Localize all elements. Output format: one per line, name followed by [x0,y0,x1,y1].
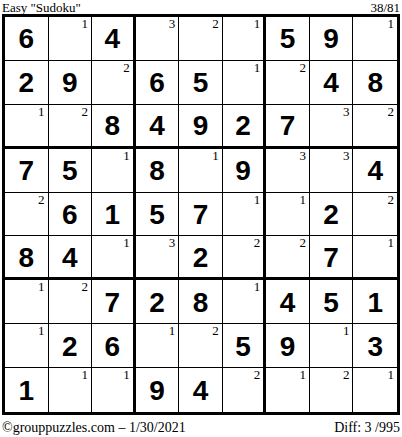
corner-mark: 1 [254,61,261,75]
cell-r2c6: 1 [223,61,267,105]
cell-r2c9: 8 [353,61,397,105]
cell-r4c4: 8 [136,149,180,193]
cell-r9c2: 1 [49,368,93,412]
given-digit: 7 [323,244,339,272]
corner-mark: 1 [254,17,261,31]
corner-mark: 2 [38,193,45,207]
given-digit: 4 [193,377,209,405]
cell-r8c5: 2 [179,324,223,368]
cell-r7c7: 4 [266,280,310,324]
page-title: Easy "Sudoku" [2,1,81,14]
given-digit: 2 [323,201,339,229]
given-digit: 5 [280,25,296,53]
cell-r1c7: 5 [266,17,310,61]
cell-r9c9: 1 [353,368,397,412]
given-digit: 9 [235,157,251,185]
corner-mark: 2 [212,324,219,338]
given-digit: 8 [367,69,383,97]
given-digit: 6 [149,69,165,97]
given-digit: 6 [62,201,78,229]
cell-r3c3: 8 [92,105,136,149]
cell-r2c4: 6 [136,61,180,105]
corner-mark: 1 [38,280,45,294]
cell-r1c2: 1 [49,17,93,61]
corner-mark: 2 [388,105,395,119]
given-digit: 2 [193,244,209,272]
corner-mark: 1 [388,236,395,250]
difficulty-text: Diff: 3 /995 [334,420,400,436]
given-digit: 1 [105,201,121,229]
corner-mark: 2 [299,61,306,75]
corner-mark: 3 [169,236,176,250]
corner-mark: 1 [388,17,395,31]
cell-r7c3: 7 [92,280,136,324]
cell-r5c8: 2 [310,193,354,237]
corner-mark: 1 [123,149,130,163]
cell-r9c3: 1 [92,368,136,412]
cell-r5c6: 1 [223,193,267,237]
cell-r1c4: 3 [136,17,180,61]
corner-mark: 1 [169,324,176,338]
cell-r2c8: 4 [310,61,354,105]
cell-r6c6: 2 [223,236,267,280]
cell-r8c1: 1 [5,324,49,368]
given-digit: 5 [149,201,165,229]
corner-mark: 2 [254,236,261,250]
given-digit: 7 [280,112,296,140]
given-digit: 9 [193,112,209,140]
cell-r3c6: 2 [223,105,267,149]
cell-r6c8: 7 [310,236,354,280]
cell-r7c2: 2 [49,280,93,324]
given-digit: 5 [62,157,78,185]
given-digit: 1 [18,377,34,405]
cell-r7c4: 2 [136,280,180,324]
given-digit: 7 [18,157,34,185]
cell-r9c7: 1 [266,368,310,412]
corner-mark: 3 [343,149,350,163]
cell-r8c2: 2 [49,324,93,368]
cell-r9c6: 2 [223,368,267,412]
cell-r6c3: 1 [92,236,136,280]
corner-mark: 1 [82,17,89,31]
given-digit: 8 [149,157,165,185]
corner-mark: 1 [343,324,350,338]
cell-r1c5: 2 [179,17,223,61]
given-digit: 2 [149,289,165,317]
given-digit: 4 [367,157,383,185]
corner-mark: 1 [299,193,306,207]
given-digit: 6 [105,333,121,361]
cell-r3c5: 9 [179,105,223,149]
cell-r6c9: 1 [353,236,397,280]
cell-r1c6: 1 [223,17,267,61]
given-digit: 5 [235,333,251,361]
cell-r8c8: 1 [310,324,354,368]
cell-r7c5: 8 [179,280,223,324]
given-digit: 4 [62,244,78,272]
given-digit: 2 [62,333,78,361]
cell-r9c1: 1 [5,368,49,412]
corner-mark: 2 [343,368,350,382]
cell-r4c5: 1 [179,149,223,193]
cell-r6c2: 4 [49,236,93,280]
cell-r9c5: 4 [179,368,223,412]
cell-r4c3: 1 [92,149,136,193]
cell-r1c9: 1 [353,17,397,61]
cell-r8c9: 3 [353,324,397,368]
given-digit: 2 [18,69,34,97]
cell-r5c4: 5 [136,193,180,237]
given-digit: 1 [367,289,383,317]
given-digit: 7 [193,201,209,229]
given-digit: 6 [18,25,34,53]
cell-r2c1: 2 [5,61,49,105]
cell-r4c9: 4 [353,149,397,193]
corner-mark: 1 [38,324,45,338]
corner-mark: 2 [82,280,89,294]
cell-r6c4: 3 [136,236,180,280]
given-digit: 9 [149,377,165,405]
cell-r5c5: 7 [179,193,223,237]
cell-r4c6: 9 [223,149,267,193]
corner-mark: 1 [38,105,45,119]
given-digit: 4 [149,112,165,140]
cell-r7c9: 1 [353,280,397,324]
cell-r5c1: 2 [5,193,49,237]
cell-r3c4: 4 [136,105,180,149]
cell-r5c2: 6 [49,193,93,237]
puzzle-counter: 38/81 [370,1,400,14]
cell-r8c7: 9 [266,324,310,368]
cell-r2c5: 5 [179,61,223,105]
cell-r3c8: 3 [310,105,354,149]
cell-r1c1: 6 [5,17,49,61]
sudoku-board: 6143215912926512481284927327518193342615… [2,14,400,415]
cell-r8c3: 6 [92,324,136,368]
cell-r2c7: 2 [266,61,310,105]
given-digit: 8 [193,289,209,317]
cell-r3c2: 2 [49,105,93,149]
cell-r6c5: 2 [179,236,223,280]
given-digit: 8 [105,112,121,140]
corner-mark: 1 [254,193,261,207]
corner-mark: 3 [299,149,306,163]
given-digit: 4 [105,25,121,53]
corner-mark: 1 [254,280,261,294]
page-header: Easy "Sudoku" 38/81 [0,0,402,14]
puzzle-page: Easy "Sudoku" 38/81 61432159129265124812… [0,0,402,437]
cell-r8c6: 5 [223,324,267,368]
cell-r6c7: 2 [266,236,310,280]
cell-r6c1: 8 [5,236,49,280]
corner-mark: 1 [123,368,130,382]
given-digit: 4 [280,289,296,317]
given-digit: 5 [193,69,209,97]
corner-mark: 2 [254,368,261,382]
corner-mark: 2 [82,105,89,119]
given-digit: 2 [235,112,251,140]
page-footer: ©grouppuzzles.com – 1/30/2021 Diff: 3 /9… [0,415,402,437]
cell-r3c1: 1 [5,105,49,149]
cell-r5c9: 2 [353,193,397,237]
corner-mark: 3 [169,17,176,31]
corner-mark: 3 [343,105,350,119]
corner-mark: 2 [388,193,395,207]
cell-r7c6: 1 [223,280,267,324]
cell-r3c7: 7 [266,105,310,149]
corner-mark: 2 [123,61,130,75]
corner-mark: 1 [212,149,219,163]
corner-mark: 1 [299,368,306,382]
given-digit: 3 [367,333,383,361]
cell-r4c8: 3 [310,149,354,193]
cell-r4c2: 5 [49,149,93,193]
cell-r4c7: 3 [266,149,310,193]
copyright-text: ©grouppuzzles.com – 1/30/2021 [2,420,186,436]
corner-mark: 2 [299,236,306,250]
cell-r8c4: 1 [136,324,180,368]
cell-r7c1: 1 [5,280,49,324]
cell-r5c7: 1 [266,193,310,237]
corner-mark: 2 [212,17,219,31]
given-digit: 9 [280,333,296,361]
cell-r4c1: 7 [5,149,49,193]
cell-r9c4: 9 [136,368,180,412]
given-digit: 5 [323,289,339,317]
cell-r5c3: 1 [92,193,136,237]
corner-mark: 1 [82,368,89,382]
cell-r1c3: 4 [92,17,136,61]
given-digit: 9 [62,69,78,97]
given-digit: 8 [18,244,34,272]
corner-mark: 1 [123,236,130,250]
cell-r2c3: 2 [92,61,136,105]
cell-r1c8: 9 [310,17,354,61]
cell-r2c2: 9 [49,61,93,105]
given-digit: 9 [323,25,339,53]
given-digit: 4 [323,69,339,97]
given-digit: 7 [105,289,121,317]
corner-mark: 1 [388,368,395,382]
cell-r3c9: 2 [353,105,397,149]
cell-r9c8: 2 [310,368,354,412]
cell-r7c8: 5 [310,280,354,324]
